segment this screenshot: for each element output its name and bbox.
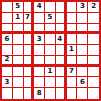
sudoku-cell-r7c7[interactable]: 7 — [67, 67, 78, 78]
sudoku-cell-r4c1[interactable]: 6 — [2, 34, 13, 45]
sudoku-cell-r8c4[interactable] — [34, 77, 45, 88]
sudoku-cell-r6c2[interactable] — [13, 56, 24, 67]
sudoku-cell-r3c2[interactable] — [13, 24, 24, 35]
sudoku-cell-r6c3[interactable] — [24, 56, 35, 67]
sudoku-cell-r2c4[interactable] — [34, 13, 45, 24]
sudoku-cell-r6c1[interactable]: 2 — [2, 56, 13, 67]
sudoku-cell-r9c2[interactable] — [13, 88, 24, 99]
sudoku-cell-r8c3[interactable] — [24, 77, 35, 88]
sudoku-cell-r1c3[interactable] — [24, 2, 35, 13]
sudoku-cell-r3c4[interactable] — [34, 24, 45, 35]
sudoku-cell-r7c5[interactable]: 1 — [45, 67, 56, 78]
sudoku-cell-r5c2[interactable] — [13, 45, 24, 56]
sudoku-cell-r2c6[interactable] — [56, 13, 67, 24]
sudoku-cell-r9c4[interactable]: 8 — [34, 88, 45, 99]
sudoku-cell-r9c8[interactable] — [77, 88, 88, 99]
sudoku-cell-r4c6[interactable]: 4 — [56, 34, 67, 45]
sudoku-cell-r6c5[interactable] — [45, 56, 56, 67]
sudoku-cell-r1c8[interactable]: 3 — [77, 2, 88, 13]
sudoku-cell-r4c7[interactable] — [67, 34, 78, 45]
sudoku-cell-r4c9[interactable] — [88, 34, 99, 45]
sudoku-cell-r2c3[interactable]: 7 — [24, 13, 35, 24]
sudoku-cell-r3c7[interactable] — [67, 24, 78, 35]
sudoku-cell-r9c5[interactable] — [45, 88, 56, 99]
sudoku-cell-r1c4[interactable]: 4 — [34, 2, 45, 13]
sudoku-cell-r4c4[interactable]: 3 — [34, 34, 45, 45]
sudoku-cell-r4c2[interactable] — [13, 34, 24, 45]
sudoku-cell-r9c1[interactable] — [2, 88, 13, 99]
sudoku-cell-r1c5[interactable] — [45, 2, 56, 13]
sudoku-board: 54321756341217368 — [0, 0, 101, 101]
sudoku-cell-r8c9[interactable] — [88, 77, 99, 88]
sudoku-cell-r6c4[interactable] — [34, 56, 45, 67]
sudoku-cell-r5c8[interactable] — [77, 45, 88, 56]
sudoku-cell-r1c2[interactable]: 5 — [13, 2, 24, 13]
sudoku-cell-r1c7[interactable] — [67, 2, 78, 13]
sudoku-cell-r8c8[interactable]: 6 — [77, 77, 88, 88]
sudoku-cell-r7c9[interactable] — [88, 67, 99, 78]
sudoku-cell-r7c4[interactable] — [34, 67, 45, 78]
sudoku-cell-r8c2[interactable] — [13, 77, 24, 88]
sudoku-cell-r7c1[interactable] — [2, 67, 13, 78]
sudoku-cell-r6c7[interactable] — [67, 56, 78, 67]
sudoku-cell-r2c2[interactable]: 1 — [13, 13, 24, 24]
sudoku-cell-r3c3[interactable] — [24, 24, 35, 35]
sudoku-cell-r2c7[interactable] — [67, 13, 78, 24]
sudoku-cell-r4c5[interactable] — [45, 34, 56, 45]
sudoku-cell-r2c1[interactable] — [2, 13, 13, 24]
sudoku-cell-r8c5[interactable] — [45, 77, 56, 88]
sudoku-cell-r5c7[interactable]: 1 — [67, 45, 78, 56]
sudoku-cell-r3c5[interactable] — [45, 24, 56, 35]
sudoku-cell-r5c1[interactable] — [2, 45, 13, 56]
sudoku-cell-r9c9[interactable] — [88, 88, 99, 99]
sudoku-cell-r9c3[interactable] — [24, 88, 35, 99]
sudoku-cell-r5c3[interactable] — [24, 45, 35, 56]
sudoku-cell-r9c6[interactable] — [56, 88, 67, 99]
sudoku-cell-r9c7[interactable] — [67, 88, 78, 99]
sudoku-cell-r5c5[interactable] — [45, 45, 56, 56]
sudoku-cell-r6c9[interactable] — [88, 56, 99, 67]
sudoku-cell-r8c7[interactable] — [67, 77, 78, 88]
sudoku-cell-r1c1[interactable] — [2, 2, 13, 13]
sudoku-cell-r3c8[interactable] — [77, 24, 88, 35]
sudoku-cell-r3c9[interactable] — [88, 24, 99, 35]
sudoku-cell-r6c8[interactable] — [77, 56, 88, 67]
sudoku-cell-r1c6[interactable] — [56, 2, 67, 13]
sudoku-cell-r7c3[interactable] — [24, 67, 35, 78]
sudoku-cell-r3c6[interactable] — [56, 24, 67, 35]
sudoku-cell-r2c5[interactable]: 5 — [45, 13, 56, 24]
sudoku-cell-r1c9[interactable]: 2 — [88, 2, 99, 13]
sudoku-cell-r5c9[interactable] — [88, 45, 99, 56]
sudoku-cell-r6c6[interactable] — [56, 56, 67, 67]
sudoku-cell-r5c6[interactable] — [56, 45, 67, 56]
sudoku-cell-r2c9[interactable] — [88, 13, 99, 24]
sudoku-cell-r3c1[interactable] — [2, 24, 13, 35]
sudoku-cell-r8c1[interactable]: 3 — [2, 77, 13, 88]
sudoku-cell-r7c2[interactable] — [13, 67, 24, 78]
sudoku-cell-r5c4[interactable] — [34, 45, 45, 56]
sudoku-cell-r7c8[interactable] — [77, 67, 88, 78]
sudoku-cell-r4c3[interactable] — [24, 34, 35, 45]
sudoku-cell-r7c6[interactable] — [56, 67, 67, 78]
sudoku-cell-r8c6[interactable] — [56, 77, 67, 88]
sudoku-cell-r2c8[interactable] — [77, 13, 88, 24]
sudoku-cell-r4c8[interactable] — [77, 34, 88, 45]
